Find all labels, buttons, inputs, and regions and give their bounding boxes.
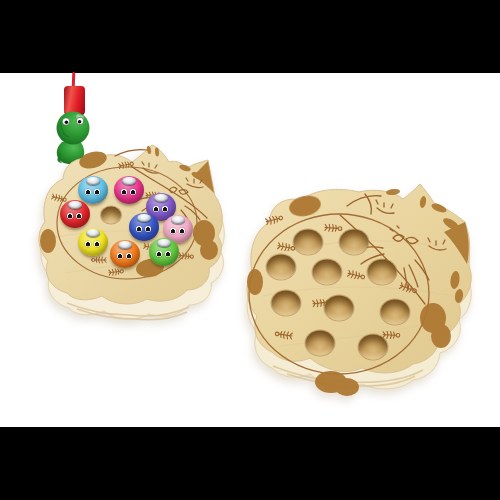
fish-eye: [76, 213, 82, 219]
fish-eye: [179, 228, 185, 234]
fish-eye: [94, 241, 100, 247]
magnet-disc: [154, 194, 168, 202]
fish-eye: [162, 206, 168, 212]
fish-ball-red[interactable]: [60, 200, 90, 228]
empty-hole: [101, 207, 121, 224]
empty-hole: [340, 230, 369, 255]
fish-eye: [117, 253, 123, 259]
empty-hole: [359, 335, 388, 360]
empty-hole: [306, 331, 335, 356]
cat-board-empty: [243, 176, 477, 414]
empty-hole: [368, 260, 397, 285]
fish-ball-magenta[interactable]: [114, 176, 144, 204]
fish-ball-green[interactable]: [149, 238, 179, 266]
fish-eye: [130, 189, 136, 195]
magnet-disc: [157, 239, 171, 247]
fish-eye: [126, 253, 132, 259]
magnet-disc: [68, 201, 82, 209]
empty-hole: [267, 255, 296, 280]
fish-ball-yellow[interactable]: [78, 228, 108, 256]
cat-board-with-fish: [35, 138, 235, 323]
fish-eye: [67, 213, 73, 219]
fish-eye: [136, 226, 142, 232]
letterbox-bottom: [0, 427, 500, 500]
fish-eye: [121, 189, 127, 195]
fish-eye: [170, 228, 176, 234]
magnet-disc: [122, 177, 136, 185]
fish-eye: [85, 241, 91, 247]
right-board-slots: [243, 176, 477, 414]
empty-hole: [381, 300, 410, 325]
fish-eye: [85, 189, 91, 195]
fish-eye: [145, 226, 151, 232]
product-photo-stage: [0, 0, 500, 500]
magnet-disc: [137, 214, 151, 222]
fish-ball-lightblue[interactable]: [78, 176, 108, 204]
magnet-disc: [171, 216, 185, 224]
empty-hole: [294, 230, 323, 255]
empty-hole: [325, 296, 354, 321]
fish-eye: [94, 189, 100, 195]
empty-hole: [272, 291, 301, 316]
left-board-slots: [35, 138, 235, 323]
empty-hole: [313, 260, 342, 285]
letterbox-top: [0, 0, 500, 73]
magnet-disc: [86, 177, 100, 185]
fish-eye: [153, 206, 159, 212]
magnet-disc: [118, 241, 132, 249]
magnet-disc: [86, 229, 100, 237]
fish-eye: [156, 251, 162, 257]
fish-eye: [165, 251, 171, 257]
fish-ball-blue[interactable]: [129, 213, 159, 241]
fish-ball-orange[interactable]: [110, 240, 140, 268]
